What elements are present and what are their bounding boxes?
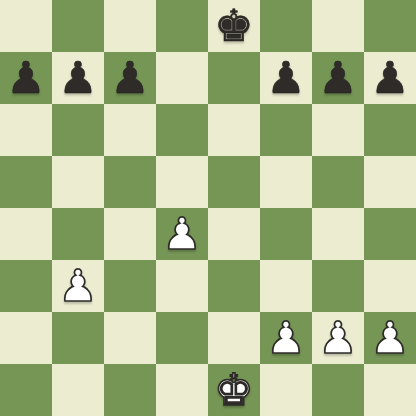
- square-g4[interactable]: [312, 208, 364, 260]
- square-g1[interactable]: [312, 364, 364, 416]
- square-c5[interactable]: [104, 156, 156, 208]
- black-pawn-a7[interactable]: ♟: [6, 52, 45, 104]
- square-a7[interactable]: ♟: [0, 52, 52, 104]
- square-e8[interactable]: ♚: [208, 0, 260, 52]
- square-d6[interactable]: [156, 104, 208, 156]
- square-c6[interactable]: [104, 104, 156, 156]
- white-king-e1[interactable]: ♚: [214, 364, 253, 416]
- square-c1[interactable]: [104, 364, 156, 416]
- square-b5[interactable]: [52, 156, 104, 208]
- black-pawn-g7[interactable]: ♟: [318, 52, 357, 104]
- square-e1[interactable]: ♚: [208, 364, 260, 416]
- square-e4[interactable]: [208, 208, 260, 260]
- black-pawn-h7[interactable]: ♟: [370, 52, 409, 104]
- square-d4[interactable]: ♟: [156, 208, 208, 260]
- white-pawn-h2[interactable]: ♟: [370, 312, 409, 364]
- square-e5[interactable]: [208, 156, 260, 208]
- square-c8[interactable]: [104, 0, 156, 52]
- square-g5[interactable]: [312, 156, 364, 208]
- square-e3[interactable]: [208, 260, 260, 312]
- white-pawn-f2[interactable]: ♟: [266, 312, 305, 364]
- square-g7[interactable]: ♟: [312, 52, 364, 104]
- square-c2[interactable]: [104, 312, 156, 364]
- square-f7[interactable]: ♟: [260, 52, 312, 104]
- square-f2[interactable]: ♟: [260, 312, 312, 364]
- square-b2[interactable]: [52, 312, 104, 364]
- square-a4[interactable]: [0, 208, 52, 260]
- square-f4[interactable]: [260, 208, 312, 260]
- square-e7[interactable]: [208, 52, 260, 104]
- square-h3[interactable]: [364, 260, 416, 312]
- black-pawn-b7[interactable]: ♟: [58, 52, 97, 104]
- square-a5[interactable]: [0, 156, 52, 208]
- square-c7[interactable]: ♟: [104, 52, 156, 104]
- square-g6[interactable]: [312, 104, 364, 156]
- square-b7[interactable]: ♟: [52, 52, 104, 104]
- black-king-e8[interactable]: ♚: [214, 0, 253, 52]
- square-d1[interactable]: [156, 364, 208, 416]
- square-f1[interactable]: [260, 364, 312, 416]
- square-e6[interactable]: [208, 104, 260, 156]
- square-d3[interactable]: [156, 260, 208, 312]
- square-a2[interactable]: [0, 312, 52, 364]
- chess-board: ♚♟♟♟♟♟♟♟♟♟♟♟♚: [0, 0, 416, 416]
- square-f8[interactable]: [260, 0, 312, 52]
- square-b6[interactable]: [52, 104, 104, 156]
- square-h7[interactable]: ♟: [364, 52, 416, 104]
- square-a3[interactable]: [0, 260, 52, 312]
- square-f3[interactable]: [260, 260, 312, 312]
- square-d7[interactable]: [156, 52, 208, 104]
- square-c3[interactable]: [104, 260, 156, 312]
- square-b3[interactable]: ♟: [52, 260, 104, 312]
- square-d2[interactable]: [156, 312, 208, 364]
- square-c4[interactable]: [104, 208, 156, 260]
- square-h1[interactable]: [364, 364, 416, 416]
- square-g3[interactable]: [312, 260, 364, 312]
- square-b1[interactable]: [52, 364, 104, 416]
- square-h5[interactable]: [364, 156, 416, 208]
- square-h4[interactable]: [364, 208, 416, 260]
- square-a6[interactable]: [0, 104, 52, 156]
- square-f5[interactable]: [260, 156, 312, 208]
- square-f6[interactable]: [260, 104, 312, 156]
- square-g8[interactable]: [312, 0, 364, 52]
- square-d5[interactable]: [156, 156, 208, 208]
- square-b4[interactable]: [52, 208, 104, 260]
- square-b8[interactable]: [52, 0, 104, 52]
- white-pawn-d4[interactable]: ♟: [162, 208, 201, 260]
- square-h8[interactable]: [364, 0, 416, 52]
- square-a1[interactable]: [0, 364, 52, 416]
- square-e2[interactable]: [208, 312, 260, 364]
- black-pawn-c7[interactable]: ♟: [110, 52, 149, 104]
- white-pawn-g2[interactable]: ♟: [318, 312, 357, 364]
- black-pawn-f7[interactable]: ♟: [266, 52, 305, 104]
- white-pawn-b3[interactable]: ♟: [58, 260, 97, 312]
- square-h6[interactable]: [364, 104, 416, 156]
- square-g2[interactable]: ♟: [312, 312, 364, 364]
- square-d8[interactable]: [156, 0, 208, 52]
- square-h2[interactable]: ♟: [364, 312, 416, 364]
- square-a8[interactable]: [0, 0, 52, 52]
